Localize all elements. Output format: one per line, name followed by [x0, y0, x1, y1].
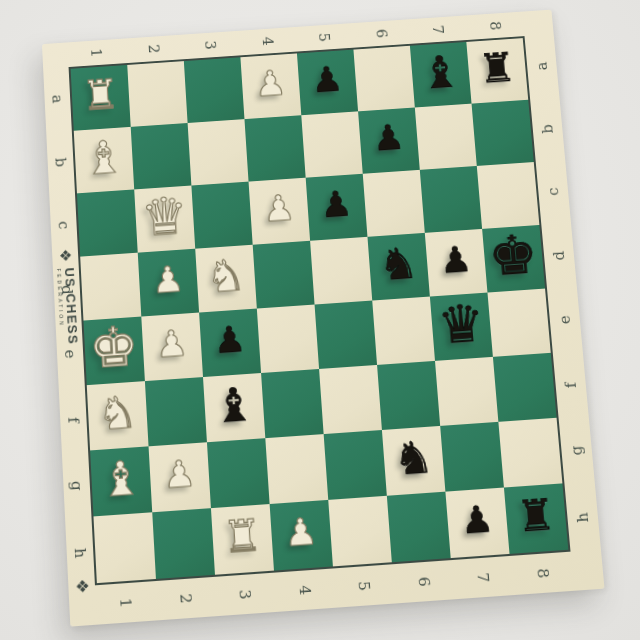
square-c8[interactable]: [477, 162, 540, 229]
board-grid: ♜♟♟♝♜♝♟♛♟♟♟♞♞♟♚♚♟♟♛♞♝♝♟♞♜♟♟♜: [69, 36, 571, 585]
square-e2[interactable]: ♟: [141, 313, 203, 382]
square-h7[interactable]: ♟: [445, 488, 509, 559]
square-e4[interactable]: [257, 305, 319, 373]
square-d3[interactable]: ♞: [195, 245, 257, 313]
square-b2[interactable]: [131, 123, 192, 189]
square-g5[interactable]: [324, 430, 387, 500]
square-a3[interactable]: [184, 57, 245, 123]
square-g3[interactable]: [207, 438, 270, 508]
square-g7[interactable]: [440, 422, 504, 492]
square-c4[interactable]: ♟: [249, 178, 311, 245]
piece-white-P-c4: ♟: [262, 190, 296, 227]
photo-scene: 12345678 12345678 abcdefgh abcdefgh ❖ US…: [0, 0, 640, 640]
square-h6[interactable]: [387, 492, 451, 563]
square-g4[interactable]: [265, 434, 328, 504]
piece-black-K-d8: ♚: [487, 227, 540, 284]
chess-board-mat: 12345678 12345678 abcdefgh abcdefgh ❖ US…: [42, 10, 605, 627]
square-f1[interactable]: ♞: [87, 381, 149, 450]
square-c2[interactable]: ♛: [134, 186, 195, 253]
piece-black-P-e3: ♟: [213, 321, 247, 359]
square-a4[interactable]: ♟: [240, 53, 301, 119]
piece-black-R-h8: ♜: [515, 493, 557, 539]
piece-white-R-a1: ♜: [81, 74, 120, 117]
square-f8[interactable]: [493, 353, 557, 422]
square-b4[interactable]: [244, 115, 305, 181]
square-b7[interactable]: [415, 104, 477, 170]
square-g1[interactable]: ♝: [90, 446, 152, 516]
piece-black-P-a5: ♟: [310, 61, 344, 97]
piece-white-P-a4: ♟: [254, 65, 288, 101]
square-f5[interactable]: [319, 365, 382, 434]
piece-white-P-e2: ♟: [155, 325, 189, 363]
piece-white-P-g2: ♟: [162, 455, 197, 494]
square-g6[interactable]: ♞: [382, 426, 445, 496]
piece-black-P-d7: ♟: [438, 241, 473, 278]
piece-black-R-a8: ♜: [477, 47, 517, 89]
square-h2[interactable]: [152, 508, 215, 579]
piece-white-Q-c2: ♛: [140, 189, 189, 243]
square-e1[interactable]: ♚: [83, 317, 144, 386]
us-chess-diamond-icon: ❖: [57, 248, 73, 262]
piece-white-N-f1: ♞: [96, 389, 138, 436]
square-d1[interactable]: [80, 253, 141, 321]
square-c7[interactable]: [420, 166, 482, 233]
square-b1[interactable]: ♝: [74, 127, 134, 193]
piece-black-N-g6: ♞: [392, 434, 435, 481]
square-a1[interactable]: ♜: [71, 65, 131, 131]
square-g8[interactable]: [498, 418, 562, 488]
square-b3[interactable]: [188, 119, 249, 185]
piece-black-B-f3: ♝: [212, 380, 256, 429]
square-e3[interactable]: ♟: [199, 309, 261, 378]
us-chess-logo-title: US CHESS: [63, 267, 80, 345]
square-f6[interactable]: [377, 361, 440, 430]
square-e7[interactable]: ♛: [430, 293, 493, 361]
piece-white-P-d2: ♟: [151, 261, 185, 299]
square-e5[interactable]: [315, 301, 377, 369]
square-e8[interactable]: [487, 289, 550, 357]
piece-black-B-a7: ♝: [419, 49, 463, 95]
piece-white-B-b1: ♝: [82, 134, 125, 181]
square-c3[interactable]: [191, 182, 252, 249]
square-c1[interactable]: [77, 189, 138, 256]
square-h3[interactable]: ♜: [211, 504, 274, 575]
piece-white-R-h3: ♜: [222, 513, 263, 559]
square-h5[interactable]: [328, 496, 392, 567]
piece-black-N-d6: ♞: [377, 241, 419, 287]
square-f7[interactable]: [435, 357, 498, 426]
corner-diamond-icon: ❖: [70, 573, 96, 600]
square-f2[interactable]: [145, 377, 207, 446]
square-a7[interactable]: ♝: [410, 42, 472, 108]
square-c5[interactable]: ♟: [306, 174, 368, 241]
square-e6[interactable]: [372, 297, 435, 365]
piece-black-Q-e7: ♛: [436, 296, 487, 351]
square-b5[interactable]: [301, 111, 362, 177]
piece-black-P-b6: ♟: [371, 119, 405, 156]
square-h1[interactable]: [93, 512, 155, 583]
square-a5[interactable]: ♟: [297, 50, 358, 116]
piece-black-P-c5: ♟: [319, 186, 353, 223]
square-d6[interactable]: ♞: [367, 233, 429, 301]
piece-white-K-e1: ♚: [88, 319, 140, 377]
square-d2[interactable]: ♟: [138, 249, 199, 317]
square-d4[interactable]: [253, 241, 315, 309]
square-c6[interactable]: [363, 170, 425, 237]
square-b8[interactable]: [472, 100, 534, 166]
square-d7[interactable]: ♟: [425, 229, 488, 297]
square-b6[interactable]: ♟: [358, 107, 420, 173]
square-f4[interactable]: [261, 369, 324, 438]
piece-white-N-d3: ♞: [205, 253, 247, 299]
square-a2[interactable]: [127, 61, 187, 127]
square-g2[interactable]: ♟: [149, 442, 211, 512]
square-a6[interactable]: [353, 46, 414, 112]
piece-white-B-g1: ♝: [99, 454, 143, 504]
square-f3[interactable]: ♝: [203, 373, 265, 442]
square-d5[interactable]: [310, 237, 372, 305]
piece-white-P-h4: ♟: [283, 513, 318, 552]
square-h4[interactable]: ♟: [270, 500, 333, 571]
square-a8[interactable]: ♜: [466, 38, 528, 104]
square-d8[interactable]: ♚: [482, 225, 545, 293]
piece-black-P-h7: ♟: [459, 500, 495, 539]
square-h8[interactable]: ♜: [504, 483, 568, 554]
